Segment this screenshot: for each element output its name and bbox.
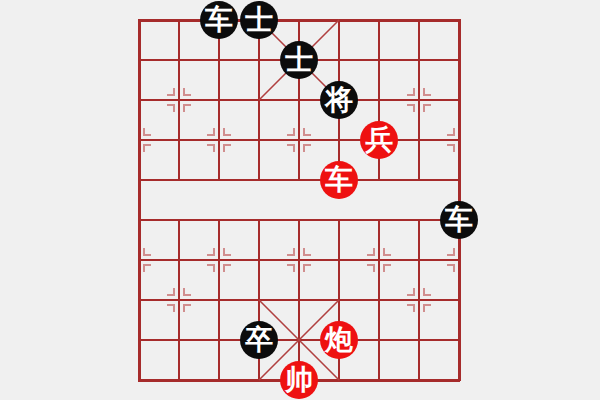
piece-red-general[interactable]: 帅 (280, 361, 318, 399)
point-marker (423, 88, 431, 96)
point-marker (183, 104, 191, 112)
point-marker (383, 248, 391, 256)
point-marker (207, 144, 215, 152)
point-marker (167, 288, 175, 296)
xiangqi-screenshot: 车士士将兵车车卒炮帅 (0, 0, 600, 400)
point-marker (223, 144, 231, 152)
piece-black-soldier-a[interactable]: 卒 (240, 321, 278, 359)
point-marker (287, 264, 295, 272)
piece-red-chariot-a[interactable]: 车 (320, 161, 358, 199)
point-marker (447, 264, 455, 272)
piece-red-cannon-a[interactable]: 炮 (320, 321, 358, 359)
grid-line (178, 220, 180, 380)
point-marker (287, 248, 295, 256)
point-marker (143, 144, 151, 152)
point-marker (367, 264, 375, 272)
grid-line (378, 220, 380, 380)
point-marker (223, 248, 231, 256)
point-marker (303, 264, 311, 272)
point-marker (367, 248, 375, 256)
point-marker (207, 264, 215, 272)
point-marker (303, 248, 311, 256)
point-marker (447, 144, 455, 152)
point-marker (167, 104, 175, 112)
point-marker (423, 104, 431, 112)
piece-black-chariot-b[interactable]: 车 (440, 201, 478, 239)
point-marker (183, 304, 191, 312)
point-marker (167, 304, 175, 312)
grid-line (138, 19, 141, 381)
xiangqi-board[interactable]: 车士士将兵车车卒炮帅 (0, 0, 600, 400)
point-marker (407, 104, 415, 112)
grid-line (458, 19, 461, 381)
point-marker (423, 304, 431, 312)
point-marker (183, 288, 191, 296)
point-marker (447, 128, 455, 136)
piece-black-chariot-a[interactable]: 车 (200, 1, 238, 39)
point-marker (207, 248, 215, 256)
point-marker (143, 248, 151, 256)
point-marker (383, 264, 391, 272)
point-marker (143, 128, 151, 136)
point-marker (407, 304, 415, 312)
grid-line (418, 220, 420, 380)
point-marker (223, 128, 231, 136)
grid-line (218, 220, 220, 380)
piece-black-advisor-b[interactable]: 士 (280, 41, 318, 79)
point-marker (407, 88, 415, 96)
grid-line (418, 20, 420, 180)
point-marker (223, 264, 231, 272)
piece-red-soldier-a[interactable]: 兵 (360, 121, 398, 159)
grid-line (218, 20, 220, 180)
point-marker (183, 88, 191, 96)
point-marker (407, 288, 415, 296)
point-marker (207, 128, 215, 136)
piece-black-advisor-a[interactable]: 士 (240, 1, 278, 39)
grid-line (178, 20, 180, 180)
point-marker (303, 128, 311, 136)
point-marker (287, 128, 295, 136)
point-marker (167, 88, 175, 96)
piece-black-general[interactable]: 将 (320, 81, 358, 119)
point-marker (423, 288, 431, 296)
point-marker (143, 264, 151, 272)
point-marker (287, 144, 295, 152)
point-marker (447, 248, 455, 256)
point-marker (303, 144, 311, 152)
